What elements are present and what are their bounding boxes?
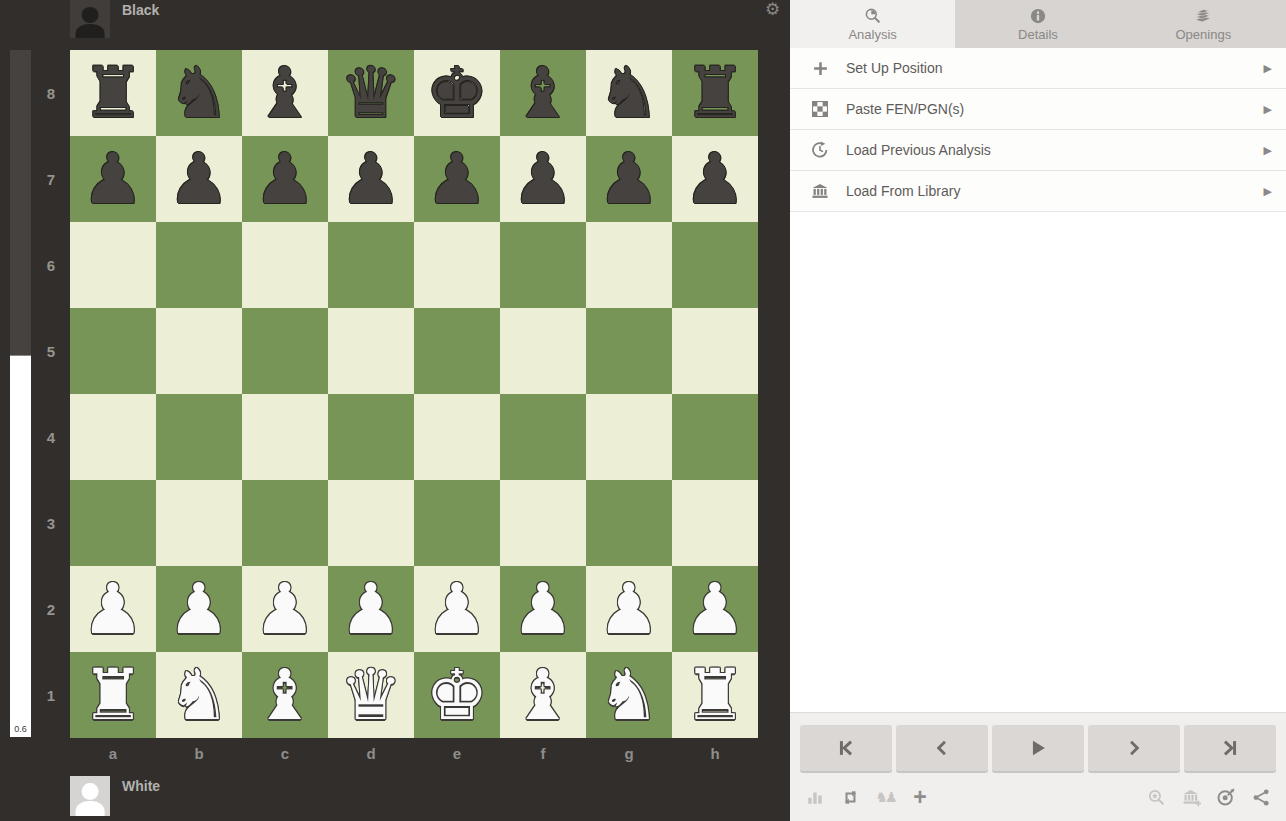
- square-g8[interactable]: ♞: [586, 50, 672, 136]
- square-g1[interactable]: ♞: [586, 652, 672, 738]
- square-f7[interactable]: ♟: [500, 136, 586, 222]
- share-icon[interactable]: [1250, 786, 1272, 808]
- square-g2[interactable]: ♟: [586, 566, 672, 652]
- piece-black-rook[interactable]: ♜: [82, 50, 145, 136]
- piece-black-rook[interactable]: ♜: [684, 50, 747, 136]
- square-e2[interactable]: ♟: [414, 566, 500, 652]
- menu-item-paste-fen-pgn[interactable]: Paste FEN/PGN(s) ▶: [790, 89, 1286, 130]
- piece-black-pawn[interactable]: ♟: [168, 136, 231, 222]
- chevron-right-icon: ▶: [1264, 185, 1272, 198]
- piece-black-pawn[interactable]: ♟: [254, 136, 317, 222]
- tab-openings[interactable]: Openings: [1121, 0, 1286, 48]
- tab-details[interactable]: Details: [955, 0, 1120, 48]
- piece-white-pawn[interactable]: ♟: [168, 566, 231, 652]
- square-b8[interactable]: ♞: [156, 50, 242, 136]
- rank-label-7: 7: [38, 136, 64, 222]
- piece-white-knight[interactable]: ♞: [598, 652, 661, 738]
- bar-chart-icon[interactable]: [804, 786, 826, 808]
- file-label-g: g: [586, 740, 672, 766]
- square-b7[interactable]: ♟: [156, 136, 242, 222]
- piece-white-knight[interactable]: ♞: [168, 652, 231, 738]
- square-b3[interactable]: [156, 480, 242, 566]
- piece-black-bishop[interactable]: ♝: [512, 50, 575, 136]
- square-d7[interactable]: ♟: [328, 136, 414, 222]
- square-e4[interactable]: [414, 394, 500, 480]
- rank-label-8: 8: [38, 50, 64, 136]
- piece-white-pawn[interactable]: ♟: [426, 566, 489, 652]
- white-player-name: White: [122, 778, 160, 794]
- rank-labels: 87654321: [38, 50, 64, 738]
- piece-white-pawn[interactable]: ♟: [512, 566, 575, 652]
- piece-white-bishop[interactable]: ♝: [512, 652, 575, 738]
- square-g6[interactable]: [586, 222, 672, 308]
- black-player-name: Black: [122, 2, 159, 18]
- square-h3[interactable]: [672, 480, 758, 566]
- square-h7[interactable]: ♟: [672, 136, 758, 222]
- go-to-end-button[interactable]: [1184, 725, 1276, 773]
- avatar-head: [82, 783, 99, 800]
- square-d8[interactable]: ♛: [328, 50, 414, 136]
- menu-item-load-from-library[interactable]: Load From Library ▶: [790, 171, 1286, 212]
- piece-white-rook[interactable]: ♜: [684, 652, 747, 738]
- target-practice-icon[interactable]: [1215, 786, 1237, 808]
- player-top: Black: [70, 0, 159, 38]
- chevron-right-icon: ▶: [1264, 62, 1272, 75]
- square-a1[interactable]: ♜: [70, 652, 156, 738]
- square-h2[interactable]: ♟: [672, 566, 758, 652]
- history-clock-icon: [810, 140, 830, 160]
- piece-black-queen[interactable]: ♛: [340, 50, 403, 136]
- piece-white-pawn[interactable]: ♟: [82, 566, 145, 652]
- square-b6[interactable]: [156, 222, 242, 308]
- square-c8[interactable]: ♝: [242, 50, 328, 136]
- tab-label: Analysis: [848, 27, 896, 42]
- square-b1[interactable]: ♞: [156, 652, 242, 738]
- square-h4[interactable]: [672, 394, 758, 480]
- evaluation-white-segment: 0.6: [10, 355, 31, 737]
- square-f2[interactable]: ♟: [500, 566, 586, 652]
- avatar-torso: [76, 24, 105, 38]
- square-d2[interactable]: ♟: [328, 566, 414, 652]
- checkerboard-icon: [810, 99, 830, 119]
- menu-item-set-up-position[interactable]: Set Up Position ▶: [790, 48, 1286, 89]
- square-b2[interactable]: ♟: [156, 566, 242, 652]
- piece-white-bishop[interactable]: ♝: [254, 652, 317, 738]
- toolbar-right: [1145, 786, 1272, 808]
- file-label-f: f: [500, 740, 586, 766]
- square-f8[interactable]: ♝: [500, 50, 586, 136]
- square-g5[interactable]: [586, 308, 672, 394]
- play-button[interactable]: [992, 725, 1084, 773]
- square-d3[interactable]: [328, 480, 414, 566]
- library-add-icon[interactable]: [1180, 786, 1202, 808]
- square-a5[interactable]: [70, 308, 156, 394]
- plus-icon: [810, 58, 830, 78]
- square-b4[interactable]: [156, 394, 242, 480]
- avatar-head: [82, 7, 99, 23]
- rank-label-5: 5: [38, 308, 64, 394]
- square-f4[interactable]: [500, 394, 586, 480]
- flip-board-icon[interactable]: [839, 786, 861, 808]
- tab-label: Openings: [1175, 27, 1231, 42]
- square-c5[interactable]: [242, 308, 328, 394]
- piece-white-pawn[interactable]: ♟: [684, 566, 747, 652]
- go-to-start-icon: [835, 737, 857, 759]
- step-back-button[interactable]: [896, 725, 988, 773]
- toolbar-left: ♞♟ +: [804, 786, 931, 808]
- pieces-vs-icon[interactable]: ♞♟: [874, 786, 896, 808]
- tab-bar: Analysis Details Openings: [790, 0, 1286, 48]
- toolbar: ♞♟ +: [800, 786, 1276, 808]
- square-a6[interactable]: [70, 222, 156, 308]
- piece-white-rook[interactable]: ♜: [82, 652, 145, 738]
- square-f3[interactable]: [500, 480, 586, 566]
- file-label-h: h: [672, 740, 758, 766]
- piece-black-pawn[interactable]: ♟: [684, 136, 747, 222]
- add-icon[interactable]: +: [909, 786, 931, 808]
- square-b5[interactable]: [156, 308, 242, 394]
- square-e3[interactable]: [414, 480, 500, 566]
- piece-black-pawn[interactable]: ♟: [340, 136, 403, 222]
- menu-label: Load Previous Analysis: [846, 142, 1264, 158]
- chevron-right-icon: [1124, 738, 1144, 758]
- menu-item-load-previous-analysis[interactable]: Load Previous Analysis ▶: [790, 130, 1286, 171]
- piece-black-king[interactable]: ♚: [426, 50, 489, 136]
- evaluation-bar: 0.6: [10, 50, 31, 737]
- step-forward-button[interactable]: [1088, 725, 1180, 773]
- square-e7[interactable]: ♟: [414, 136, 500, 222]
- square-g4[interactable]: [586, 394, 672, 480]
- piece-black-pawn[interactable]: ♟: [598, 136, 661, 222]
- go-to-end-icon: [1219, 737, 1241, 759]
- square-a8[interactable]: ♜: [70, 50, 156, 136]
- square-c4[interactable]: [242, 394, 328, 480]
- chevron-right-icon: ▶: [1264, 144, 1272, 157]
- square-e1[interactable]: ♚: [414, 652, 500, 738]
- square-g3[interactable]: [586, 480, 672, 566]
- piece-white-pawn[interactable]: ♟: [340, 566, 403, 652]
- piece-white-queen[interactable]: ♛: [340, 652, 403, 738]
- square-a3[interactable]: [70, 480, 156, 566]
- move-navigation: [800, 725, 1276, 773]
- square-c1[interactable]: ♝: [242, 652, 328, 738]
- file-label-a: a: [70, 740, 156, 766]
- square-h5[interactable]: [672, 308, 758, 394]
- black-avatar[interactable]: [70, 0, 110, 38]
- square-d5[interactable]: [328, 308, 414, 394]
- avatar-torso: [76, 801, 105, 816]
- piece-black-pawn[interactable]: ♟: [82, 136, 145, 222]
- analysis-magnifier-icon: [863, 6, 882, 25]
- evaluation-score: 0.6: [10, 724, 31, 734]
- square-f1[interactable]: ♝: [500, 652, 586, 738]
- square-h8[interactable]: ♜: [672, 50, 758, 136]
- piece-white-king[interactable]: ♚: [426, 652, 489, 738]
- square-f5[interactable]: [500, 308, 586, 394]
- square-c2[interactable]: ♟: [242, 566, 328, 652]
- rank-label-3: 3: [38, 480, 64, 566]
- piece-black-knight[interactable]: ♞: [168, 50, 231, 136]
- action-menu: Set Up Position ▶ Paste FEN/PGN(s) ▶: [790, 48, 1286, 212]
- piece-white-pawn[interactable]: ♟: [254, 566, 317, 652]
- chess-board[interactable]: ♜♞♝♛♚♝♞♜♟♟♟♟♟♟♟♟♟♟♟♟♟♟♟♟♜♞♝♛♚♝♞♜: [70, 50, 758, 738]
- board-panel: Black ⚙ 0.6 87654321 ♜♞♝♛♚♝♞♜♟♟♟♟♟♟♟♟♟♟♟…: [0, 0, 790, 821]
- square-a2[interactable]: ♟: [70, 566, 156, 652]
- analysis-panel: Analysis Details Openings: [790, 0, 1286, 821]
- square-e8[interactable]: ♚: [414, 50, 500, 136]
- file-label-e: e: [414, 740, 500, 766]
- rank-label-1: 1: [38, 652, 64, 738]
- tab-label: Details: [1018, 27, 1058, 42]
- piece-black-pawn[interactable]: ♟: [512, 136, 575, 222]
- square-f6[interactable]: [500, 222, 586, 308]
- file-labels: abcdefgh: [70, 740, 758, 766]
- info-icon: [1029, 7, 1047, 25]
- rank-label-2: 2: [38, 566, 64, 652]
- square-h6[interactable]: [672, 222, 758, 308]
- menu-label: Load From Library: [846, 183, 1264, 199]
- white-avatar[interactable]: [70, 776, 110, 816]
- piece-black-knight[interactable]: ♞: [598, 50, 661, 136]
- square-d6[interactable]: [328, 222, 414, 308]
- rank-label-4: 4: [38, 394, 64, 480]
- square-a4[interactable]: [70, 394, 156, 480]
- file-label-b: b: [156, 740, 242, 766]
- chevron-left-icon: [932, 738, 952, 758]
- square-g7[interactable]: ♟: [586, 136, 672, 222]
- player-bottom: White: [70, 776, 160, 816]
- rank-label-6: 6: [38, 222, 64, 308]
- piece-white-pawn[interactable]: ♟: [598, 566, 661, 652]
- library-bank-icon: [810, 181, 830, 201]
- square-c3[interactable]: [242, 480, 328, 566]
- square-e5[interactable]: [414, 308, 500, 394]
- square-e6[interactable]: [414, 222, 500, 308]
- menu-label: Paste FEN/PGN(s): [846, 101, 1264, 117]
- square-h1[interactable]: ♜: [672, 652, 758, 738]
- navigation-area: ♞♟ +: [790, 712, 1286, 821]
- go-to-start-button[interactable]: [800, 725, 892, 773]
- square-c6[interactable]: [242, 222, 328, 308]
- play-icon: [1027, 737, 1049, 759]
- piece-black-pawn[interactable]: ♟: [426, 136, 489, 222]
- file-label-d: d: [328, 740, 414, 766]
- file-label-c: c: [242, 740, 328, 766]
- book-stack-icon: [1193, 6, 1213, 25]
- chevron-right-icon: ▶: [1264, 103, 1272, 116]
- square-c7[interactable]: ♟: [242, 136, 328, 222]
- settings-gear-icon[interactable]: ⚙: [765, 0, 780, 20]
- tab-analysis[interactable]: Analysis: [790, 0, 955, 48]
- square-d4[interactable]: [328, 394, 414, 480]
- zoom-explore-icon[interactable]: [1145, 786, 1167, 808]
- square-a7[interactable]: ♟: [70, 136, 156, 222]
- analysis-content-area: [790, 212, 1286, 712]
- menu-label: Set Up Position: [846, 60, 1264, 76]
- piece-black-bishop[interactable]: ♝: [254, 50, 317, 136]
- square-d1[interactable]: ♛: [328, 652, 414, 738]
